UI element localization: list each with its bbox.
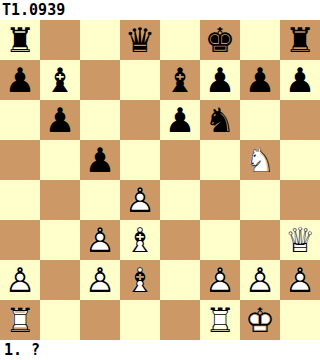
- white-queen: ♛♕: [280, 220, 320, 260]
- square-a4[interactable]: [0, 180, 40, 220]
- square-e4[interactable]: [160, 180, 200, 220]
- white-rook: ♜♖: [0, 300, 40, 340]
- square-d5[interactable]: [120, 140, 160, 180]
- white-pawn: ♟♙: [0, 260, 40, 300]
- square-h7[interactable]: ♟: [280, 60, 320, 100]
- square-g3[interactable]: [240, 220, 280, 260]
- white-piece-outline: ♙: [280, 260, 320, 300]
- black-piece-fill: ♟: [0, 60, 40, 100]
- black-pawn: ♟: [200, 60, 240, 100]
- square-a2[interactable]: ♟♙: [0, 260, 40, 300]
- black-piece-fill: ♞: [200, 100, 240, 140]
- square-b7[interactable]: ♝: [40, 60, 80, 100]
- square-h1[interactable]: [280, 300, 320, 340]
- black-pawn: ♟: [0, 60, 40, 100]
- square-c7[interactable]: [80, 60, 120, 100]
- square-d4[interactable]: ♟♙: [120, 180, 160, 220]
- white-bishop: ♝♗: [120, 220, 160, 260]
- white-piece-outline: ♗: [120, 220, 160, 260]
- black-piece-fill: ♟: [80, 140, 120, 180]
- square-e7[interactable]: ♝: [160, 60, 200, 100]
- chess-app-window: T1.0939 ♜♛♚♜♟♝♝♟♟♟♟♟♞♟♞♘♟♙♟♙♝♗♛♕♟♙♟♙♝♗♟♙…: [0, 0, 320, 360]
- square-f6[interactable]: ♞: [200, 100, 240, 140]
- white-pawn: ♟♙: [80, 220, 120, 260]
- black-piece-fill: ♛: [120, 20, 160, 60]
- square-e3[interactable]: [160, 220, 200, 260]
- square-b5[interactable]: [40, 140, 80, 180]
- square-e1[interactable]: [160, 300, 200, 340]
- square-f5[interactable]: [200, 140, 240, 180]
- black-piece-fill: ♝: [160, 60, 200, 100]
- black-piece-fill: ♟: [160, 100, 200, 140]
- white-king: ♚♔: [240, 300, 280, 340]
- square-a3[interactable]: [0, 220, 40, 260]
- chess-board[interactable]: ♜♛♚♜♟♝♝♟♟♟♟♟♞♟♞♘♟♙♟♙♝♗♛♕♟♙♟♙♝♗♟♙♟♙♟♙♜♖♜♖…: [0, 20, 320, 340]
- square-f7[interactable]: ♟: [200, 60, 240, 100]
- white-pawn: ♟♙: [80, 260, 120, 300]
- square-c6[interactable]: [80, 100, 120, 140]
- square-g4[interactable]: [240, 180, 280, 220]
- square-d7[interactable]: [120, 60, 160, 100]
- square-g5[interactable]: ♞♘: [240, 140, 280, 180]
- white-pawn: ♟♙: [240, 260, 280, 300]
- black-piece-fill: ♝: [40, 60, 80, 100]
- white-piece-outline: ♙: [0, 260, 40, 300]
- white-rook: ♜♖: [200, 300, 240, 340]
- black-piece-fill: ♟: [240, 60, 280, 100]
- square-b1[interactable]: [40, 300, 80, 340]
- black-knight: ♞: [200, 100, 240, 140]
- black-piece-fill: ♚: [200, 20, 240, 60]
- square-h3[interactable]: ♛♕: [280, 220, 320, 260]
- black-pawn: ♟: [80, 140, 120, 180]
- square-b8[interactable]: [40, 20, 80, 60]
- black-rook: ♜: [0, 20, 40, 60]
- square-c1[interactable]: [80, 300, 120, 340]
- square-d8[interactable]: ♛: [120, 20, 160, 60]
- white-pawn: ♟♙: [120, 180, 160, 220]
- black-piece-fill: ♟: [200, 60, 240, 100]
- square-c8[interactable]: [80, 20, 120, 60]
- white-piece-outline: ♙: [80, 260, 120, 300]
- white-piece-outline: ♖: [0, 300, 40, 340]
- square-b2[interactable]: [40, 260, 80, 300]
- square-f1[interactable]: ♜♖: [200, 300, 240, 340]
- white-knight: ♞♘: [240, 140, 280, 180]
- square-h5[interactable]: [280, 140, 320, 180]
- square-g2[interactable]: ♟♙: [240, 260, 280, 300]
- white-piece-outline: ♕: [280, 220, 320, 260]
- square-e8[interactable]: [160, 20, 200, 60]
- white-piece-outline: ♙: [240, 260, 280, 300]
- square-a6[interactable]: [0, 100, 40, 140]
- square-g1[interactable]: ♚♔: [240, 300, 280, 340]
- square-b3[interactable]: [40, 220, 80, 260]
- white-piece-outline: ♙: [200, 260, 240, 300]
- puzzle-title: T1.0939: [0, 0, 320, 20]
- black-pawn: ♟: [40, 100, 80, 140]
- square-g8[interactable]: [240, 20, 280, 60]
- square-e6[interactable]: ♟: [160, 100, 200, 140]
- black-piece-fill: ♟: [280, 60, 320, 100]
- square-h4[interactable]: [280, 180, 320, 220]
- black-piece-fill: ♜: [280, 20, 320, 60]
- square-e5[interactable]: [160, 140, 200, 180]
- square-b4[interactable]: [40, 180, 80, 220]
- square-b6[interactable]: ♟: [40, 100, 80, 140]
- white-pawn: ♟♙: [280, 260, 320, 300]
- square-c4[interactable]: [80, 180, 120, 220]
- black-piece-fill: ♜: [0, 20, 40, 60]
- square-f2[interactable]: ♟♙: [200, 260, 240, 300]
- square-h2[interactable]: ♟♙: [280, 260, 320, 300]
- square-d6[interactable]: [120, 100, 160, 140]
- square-d3[interactable]: ♝♗: [120, 220, 160, 260]
- black-pawn: ♟: [240, 60, 280, 100]
- square-c3[interactable]: ♟♙: [80, 220, 120, 260]
- white-piece-outline: ♖: [200, 300, 240, 340]
- square-f3[interactable]: [200, 220, 240, 260]
- black-pawn: ♟: [280, 60, 320, 100]
- square-g6[interactable]: [240, 100, 280, 140]
- white-bishop: ♝♗: [120, 260, 160, 300]
- white-piece-outline: ♙: [80, 220, 120, 260]
- black-bishop: ♝: [160, 60, 200, 100]
- square-a5[interactable]: [0, 140, 40, 180]
- white-piece-outline: ♙: [120, 180, 160, 220]
- white-piece-outline: ♘: [240, 140, 280, 180]
- square-h6[interactable]: [280, 100, 320, 140]
- square-c2[interactable]: ♟♙: [80, 260, 120, 300]
- square-f8[interactable]: ♚: [200, 20, 240, 60]
- square-f4[interactable]: [200, 180, 240, 220]
- black-pawn: ♟: [160, 100, 200, 140]
- black-queen: ♛: [120, 20, 160, 60]
- square-a1[interactable]: ♜♖: [0, 300, 40, 340]
- square-d2[interactable]: ♝♗: [120, 260, 160, 300]
- square-c5[interactable]: ♟: [80, 140, 120, 180]
- black-rook: ♜: [280, 20, 320, 60]
- white-pawn: ♟♙: [200, 260, 240, 300]
- square-g7[interactable]: ♟: [240, 60, 280, 100]
- black-piece-fill: ♟: [40, 100, 80, 140]
- white-piece-outline: ♗: [120, 260, 160, 300]
- square-d1[interactable]: [120, 300, 160, 340]
- white-piece-outline: ♔: [240, 300, 280, 340]
- black-bishop: ♝: [40, 60, 80, 100]
- square-e2[interactable]: [160, 260, 200, 300]
- square-a7[interactable]: ♟: [0, 60, 40, 100]
- move-prompt: 1. ?: [0, 340, 320, 360]
- square-h8[interactable]: ♜: [280, 20, 320, 60]
- square-a8[interactable]: ♜: [0, 20, 40, 60]
- black-king: ♚: [200, 20, 240, 60]
